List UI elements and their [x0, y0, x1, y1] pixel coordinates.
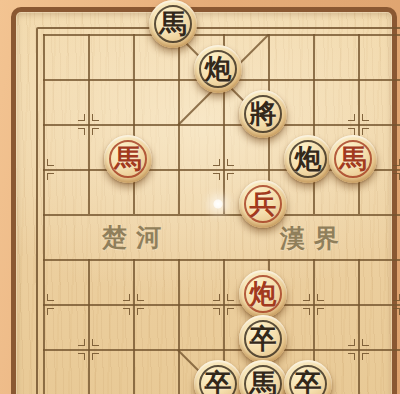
point-marker-bracket	[137, 308, 144, 315]
piece-character: 馬	[250, 370, 277, 394]
point-marker-bracket	[362, 114, 369, 121]
point-marker-bracket	[303, 294, 310, 301]
point-marker-bracket	[47, 308, 54, 315]
grid-file-line-top	[88, 34, 90, 214]
point-marker-bracket	[348, 114, 355, 121]
grid-file-line-top	[358, 34, 360, 214]
grid-file-line-bottom	[88, 259, 90, 394]
piece-character: 炮	[295, 145, 322, 172]
piece-character: 馬	[160, 10, 187, 37]
piece-black-cannon[interactable]: 炮	[194, 45, 242, 93]
point-marker-bracket	[317, 308, 324, 315]
piece-red-soldier[interactable]: 兵	[239, 180, 287, 228]
point-marker-bracket	[393, 159, 400, 166]
xiangqi-game-screen: 楚河 漢界 馬炮將馬炮馬兵炮卒卒馬卒	[0, 0, 400, 394]
point-marker-bracket	[362, 339, 369, 346]
point-marker-bracket	[47, 173, 54, 180]
point-marker-bracket	[348, 353, 355, 360]
point-marker-bracket	[348, 339, 355, 346]
grid-rank-line	[43, 34, 400, 36]
move-highlight-dot	[213, 199, 223, 209]
piece-red-cannon[interactable]: 炮	[239, 270, 287, 318]
point-marker-bracket	[362, 353, 369, 360]
point-marker-bracket	[92, 353, 99, 360]
grid-file-line-bottom	[133, 259, 135, 394]
river-label-chu-river: 楚河	[102, 221, 170, 254]
point-marker-bracket	[92, 128, 99, 135]
piece-character: 兵	[250, 190, 277, 217]
point-marker-bracket	[362, 128, 369, 135]
grid-rank-line	[43, 124, 400, 126]
grid-rank-line	[43, 349, 400, 351]
piece-character: 卒	[205, 370, 232, 394]
grid-rank-line	[43, 259, 400, 261]
piece-red-horse[interactable]: 馬	[329, 135, 377, 183]
grid-rank-line	[43, 304, 400, 306]
point-marker-bracket	[213, 308, 220, 315]
point-marker-bracket	[348, 128, 355, 135]
point-marker-bracket	[123, 294, 130, 301]
point-marker-bracket	[213, 294, 220, 301]
point-marker-bracket	[393, 173, 400, 180]
grid-file-line-top	[133, 34, 135, 214]
piece-character: 馬	[340, 145, 367, 172]
grid-file-line-bottom	[358, 259, 360, 394]
piece-black-soldier[interactable]: 卒	[239, 315, 287, 363]
point-marker-bracket	[393, 308, 400, 315]
piece-black-horse[interactable]: 馬	[149, 0, 197, 48]
point-marker-bracket	[47, 294, 54, 301]
point-marker-bracket	[92, 114, 99, 121]
grid-file-line-top	[313, 34, 315, 214]
piece-character: 卒	[250, 325, 277, 352]
piece-character: 將	[250, 100, 277, 127]
point-marker-bracket	[227, 159, 234, 166]
point-marker-bracket	[137, 294, 144, 301]
point-marker-bracket	[92, 339, 99, 346]
point-marker-bracket	[317, 294, 324, 301]
grid-rank-line	[43, 214, 400, 216]
piece-character: 馬	[115, 145, 142, 172]
point-marker-bracket	[227, 173, 234, 180]
point-marker-bracket	[78, 128, 85, 135]
point-marker-bracket	[213, 159, 220, 166]
river-label-han-border: 漢界	[280, 222, 348, 255]
point-marker-bracket	[393, 294, 400, 301]
piece-black-general[interactable]: 將	[239, 90, 287, 138]
point-marker-bracket	[78, 339, 85, 346]
point-marker-bracket	[78, 353, 85, 360]
point-marker-bracket	[303, 308, 310, 315]
piece-character: 卒	[295, 370, 322, 394]
grid-file-line	[43, 34, 45, 394]
piece-black-cannon[interactable]: 炮	[284, 135, 332, 183]
grid-file-line-bottom	[178, 259, 180, 394]
piece-character: 炮	[205, 55, 232, 82]
xiangqi-board[interactable]: 楚河 漢界 馬炮將馬炮馬兵炮卒卒馬卒	[43, 34, 400, 394]
piece-character: 炮	[250, 280, 277, 307]
point-marker-bracket	[227, 308, 234, 315]
point-marker-bracket	[227, 294, 234, 301]
piece-red-horse[interactable]: 馬	[104, 135, 152, 183]
point-marker-bracket	[47, 159, 54, 166]
point-marker-bracket	[213, 173, 220, 180]
board-panel: 楚河 漢界 馬炮將馬炮馬兵炮卒卒馬卒	[11, 7, 397, 394]
point-marker-bracket	[123, 308, 130, 315]
point-marker-bracket	[78, 114, 85, 121]
